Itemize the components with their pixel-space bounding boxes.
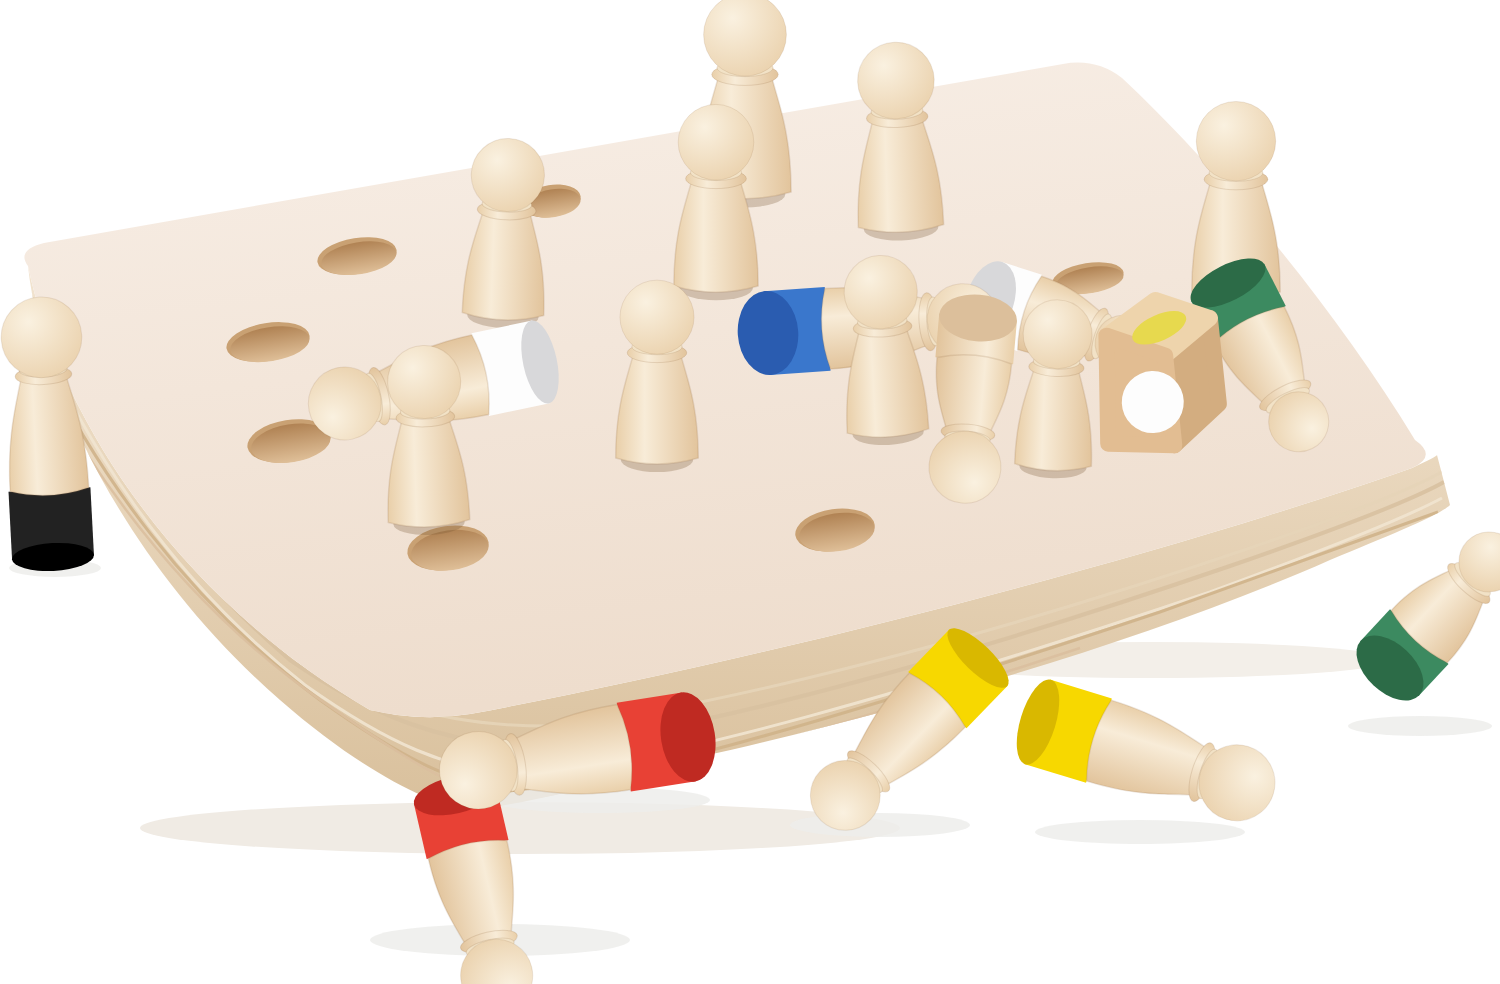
color-die[interactable]: [1103, 298, 1220, 448]
yellow-peg-floor-2[interactable]: [1008, 675, 1286, 836]
memory-chess-photo: [0, 0, 1500, 984]
peg-floor-shadow: [1348, 716, 1492, 736]
board-floor-shadow: [140, 802, 900, 854]
black-peg-standing[interactable]: [0, 295, 95, 573]
standing-peg-r2c3[interactable]: [674, 104, 758, 300]
standing-peg-r3c3[interactable]: [616, 280, 699, 472]
peg-floor-shadow: [1035, 820, 1245, 844]
product-photo-stage: [0, 0, 1500, 984]
